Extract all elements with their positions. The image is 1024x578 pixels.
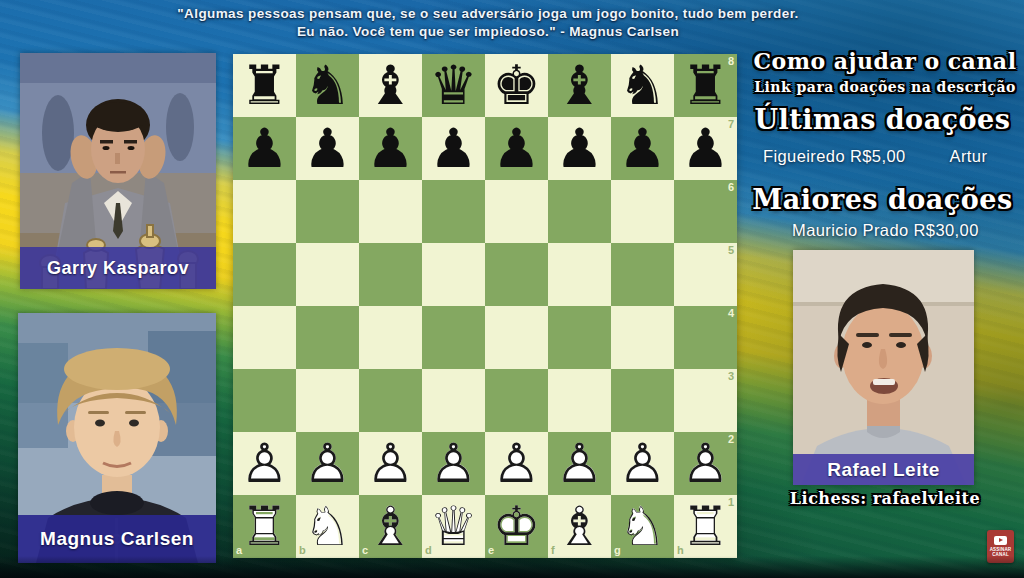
square-c4[interactable] (359, 306, 422, 369)
white-piece-fill: ♟ (548, 432, 611, 495)
square-d7[interactable]: ♟ (422, 117, 485, 180)
white-piece-fill: ♝ (359, 495, 422, 558)
donation-item: Artur (950, 147, 988, 165)
square-f1[interactable]: ♝♗f (548, 495, 611, 558)
square-e3[interactable] (485, 369, 548, 432)
black-knight: ♞ (611, 54, 674, 117)
square-h7[interactable]: ♟7 (674, 117, 737, 180)
white-piece-fill: ♚ (485, 495, 548, 558)
square-b6[interactable] (296, 180, 359, 243)
file-label-c: c (362, 545, 368, 556)
square-h5[interactable]: 5 (674, 243, 737, 306)
square-e2[interactable]: ♟♙ (485, 432, 548, 495)
square-a2[interactable]: ♟♙ (233, 432, 296, 495)
square-d1[interactable]: ♛♕d (422, 495, 485, 558)
carlsen-name: Magnus Carlsen (40, 528, 194, 550)
square-g1[interactable]: ♞♘g (611, 495, 674, 558)
black-queen: ♛ (422, 54, 485, 117)
square-d6[interactable] (422, 180, 485, 243)
square-e7[interactable]: ♟ (485, 117, 548, 180)
file-label-b: b (299, 545, 306, 556)
rank-label-2: 2 (728, 434, 734, 445)
rank-label-6: 6 (728, 182, 734, 193)
latest-donations-title: Últimas doações (745, 104, 1020, 135)
black-knight: ♞ (296, 54, 359, 117)
square-c5[interactable] (359, 243, 422, 306)
rank-label-7: 7 (728, 119, 734, 130)
square-a7[interactable]: ♟ (233, 117, 296, 180)
square-f5[interactable] (548, 243, 611, 306)
stream-overlay: "Algumas pessoas pensam que, se o seu ad… (0, 0, 1024, 578)
square-g4[interactable] (611, 306, 674, 369)
white-piece-fill: ♟ (485, 432, 548, 495)
square-d8[interactable]: ♛ (422, 54, 485, 117)
square-c3[interactable] (359, 369, 422, 432)
square-c1[interactable]: ♝♗c (359, 495, 422, 558)
square-f8[interactable]: ♝ (548, 54, 611, 117)
square-b3[interactable] (296, 369, 359, 432)
square-d4[interactable] (422, 306, 485, 369)
square-g5[interactable] (611, 243, 674, 306)
chess-board: ♜♞♝♛♚♝♞♜8♟♟♟♟♟♟♟♟76543♟♙♟♙♟♙♟♙♟♙♟♙♟♙♟♙2♜… (233, 54, 737, 558)
help-subtitle: Link para doações na descrição (745, 79, 1024, 95)
white-piece-fill: ♟ (296, 432, 359, 495)
square-c7[interactable]: ♟ (359, 117, 422, 180)
black-pawn: ♟ (359, 117, 422, 180)
top-donation-item: Mauricio Prado R$30,00 (792, 221, 979, 240)
square-d5[interactable] (422, 243, 485, 306)
file-label-d: d (425, 545, 432, 556)
white-rook: ♖ (233, 495, 296, 558)
black-pawn: ♟ (296, 117, 359, 180)
white-pawn: ♙ (485, 432, 548, 495)
host-name: Rafael Leite (827, 459, 940, 481)
square-a3[interactable] (233, 369, 296, 432)
square-h3[interactable]: 3 (674, 369, 737, 432)
square-e5[interactable] (485, 243, 548, 306)
black-rook: ♜ (233, 54, 296, 117)
black-bishop: ♝ (359, 54, 422, 117)
square-b7[interactable]: ♟ (296, 117, 359, 180)
white-pawn: ♙ (359, 432, 422, 495)
black-pawn: ♟ (548, 117, 611, 180)
square-f4[interactable] (548, 306, 611, 369)
white-pawn: ♙ (422, 432, 485, 495)
rank-label-5: 5 (728, 245, 734, 256)
top-donations-title: Maiores doações (745, 184, 1020, 215)
square-b5[interactable] (296, 243, 359, 306)
kasparov-card: Garry Kasparov (20, 53, 216, 289)
square-c6[interactable] (359, 180, 422, 243)
square-e1[interactable]: ♚♔e (485, 495, 548, 558)
file-label-a: a (236, 545, 242, 556)
square-f2[interactable]: ♟♙ (548, 432, 611, 495)
carlsen-quote: "Algumas pessoas pensam que, se o seu ad… (118, 5, 858, 41)
square-d3[interactable] (422, 369, 485, 432)
white-piece-fill: ♜ (233, 495, 296, 558)
bottom-vignette (0, 556, 1024, 578)
square-h2[interactable]: ♟♙2 (674, 432, 737, 495)
white-pawn: ♙ (233, 432, 296, 495)
square-c2[interactable]: ♟♙ (359, 432, 422, 495)
black-bishop: ♝ (548, 54, 611, 117)
square-g2[interactable]: ♟♙ (611, 432, 674, 495)
youtube-play-icon (994, 536, 1007, 545)
carlsen-card: Magnus Carlsen (18, 313, 216, 563)
white-piece-fill: ♟ (233, 432, 296, 495)
kasparov-name-bar: Garry Kasparov (20, 247, 216, 289)
square-h6[interactable]: 6 (674, 180, 737, 243)
black-king: ♚ (485, 54, 548, 117)
quote-line-1: "Algumas pessoas pensam que, se o seu ad… (118, 5, 858, 23)
white-pawn: ♙ (548, 432, 611, 495)
square-a5[interactable] (233, 243, 296, 306)
white-piece-fill: ♟ (422, 432, 485, 495)
square-f6[interactable] (548, 180, 611, 243)
host-webcam: Rafael Leite (793, 250, 974, 485)
rank-label-3: 3 (728, 371, 734, 382)
white-bishop: ♗ (359, 495, 422, 558)
square-b8[interactable]: ♞ (296, 54, 359, 117)
rank-label-8: 8 (728, 56, 734, 67)
square-a6[interactable] (233, 180, 296, 243)
black-pawn: ♟ (233, 117, 296, 180)
rank-label-4: 4 (728, 308, 734, 319)
square-h8[interactable]: ♜8 (674, 54, 737, 117)
file-label-f: f (551, 545, 555, 556)
square-c8[interactable]: ♝ (359, 54, 422, 117)
square-b1[interactable]: ♞♘b (296, 495, 359, 558)
kasparov-name: Garry Kasparov (47, 258, 189, 279)
rank-label-1: 1 (728, 497, 734, 508)
square-a1[interactable]: ♜♖a (233, 495, 296, 558)
square-a8[interactable]: ♜ (233, 54, 296, 117)
white-king: ♔ (485, 495, 548, 558)
black-pawn: ♟ (611, 117, 674, 180)
square-e8[interactable]: ♚ (485, 54, 548, 117)
square-d2[interactable]: ♟♙ (422, 432, 485, 495)
square-g8[interactable]: ♞ (611, 54, 674, 117)
lichess-handle: Lichess: rafaelvleite (775, 489, 995, 508)
square-g3[interactable] (611, 369, 674, 432)
black-pawn: ♟ (422, 117, 485, 180)
square-h4[interactable]: 4 (674, 306, 737, 369)
square-b4[interactable] (296, 306, 359, 369)
white-pawn: ♙ (296, 432, 359, 495)
black-pawn: ♟ (485, 117, 548, 180)
square-f7[interactable]: ♟ (548, 117, 611, 180)
white-piece-fill: ♝ (548, 495, 611, 558)
square-e4[interactable] (485, 306, 548, 369)
file-label-g: g (614, 545, 621, 556)
square-b2[interactable]: ♟♙ (296, 432, 359, 495)
white-pawn: ♙ (611, 432, 674, 495)
host-name-bar: Rafael Leite (793, 454, 974, 485)
white-piece-fill: ♟ (359, 432, 422, 495)
square-g6[interactable] (611, 180, 674, 243)
latest-donations-ticker: Figueiredo R$5,00Artur (763, 147, 1024, 166)
donation-item: Figueiredo R$5,00 (763, 147, 906, 165)
square-g7[interactable]: ♟ (611, 117, 674, 180)
square-e6[interactable] (485, 180, 548, 243)
quote-line-2: Eu não. Você tem que ser impiedoso." - M… (118, 23, 858, 41)
file-label-h: h (677, 545, 684, 556)
square-f3[interactable] (548, 369, 611, 432)
help-title: Como ajudar o canal (745, 48, 1024, 74)
square-a4[interactable] (233, 306, 296, 369)
file-label-e: e (488, 545, 494, 556)
host-photo (793, 250, 974, 485)
white-bishop: ♗ (548, 495, 611, 558)
white-piece-fill: ♟ (611, 432, 674, 495)
square-h1[interactable]: ♜♖1h (674, 495, 737, 558)
